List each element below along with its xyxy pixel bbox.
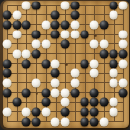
- black-stone: [22, 88, 31, 97]
- intersection[interactable]: [22, 107, 32, 117]
- white-stone: [119, 30, 128, 39]
- intersection[interactable]: [109, 1, 119, 11]
- intersection[interactable]: [22, 78, 32, 88]
- white-stone: [109, 108, 118, 117]
- black-stone: [51, 30, 60, 39]
- intersection[interactable]: [2, 39, 12, 49]
- intersection[interactable]: [109, 98, 119, 108]
- intersection[interactable]: [31, 88, 41, 98]
- intersection[interactable]: [60, 78, 70, 88]
- intersection[interactable]: [12, 39, 22, 49]
- intersection[interactable]: [118, 49, 128, 59]
- black-stone: [80, 30, 89, 39]
- black-stone: [51, 69, 60, 78]
- intersection[interactable]: [99, 49, 109, 59]
- intersection[interactable]: [99, 59, 109, 69]
- black-stone: [119, 88, 128, 97]
- intersection[interactable]: [70, 49, 80, 59]
- intersection[interactable]: [118, 117, 128, 127]
- white-stone: [3, 79, 12, 88]
- intersection[interactable]: [2, 107, 12, 117]
- intersection[interactable]: [51, 10, 61, 20]
- intersection[interactable]: [12, 88, 22, 98]
- intersection[interactable]: [2, 117, 12, 127]
- white-stone: [70, 69, 79, 78]
- black-stone: [61, 108, 70, 117]
- intersection[interactable]: [99, 98, 109, 108]
- intersection[interactable]: [51, 59, 61, 69]
- white-stone: [90, 59, 99, 68]
- white-stone: [51, 88, 60, 97]
- black-stone: [12, 98, 21, 107]
- black-stone: [32, 1, 41, 10]
- intersection[interactable]: [89, 30, 99, 40]
- intersection[interactable]: [80, 20, 90, 30]
- black-stone: [90, 117, 99, 126]
- white-stone: [90, 20, 99, 29]
- intersection[interactable]: [12, 117, 22, 127]
- intersection[interactable]: [51, 107, 61, 117]
- white-stone: [70, 79, 79, 88]
- white-stone: [119, 79, 128, 88]
- intersection[interactable]: [70, 59, 80, 69]
- intersection[interactable]: [41, 30, 51, 40]
- intersection[interactable]: [41, 20, 51, 30]
- black-stone: [99, 49, 108, 58]
- intersection[interactable]: [99, 78, 109, 88]
- intersection[interactable]: [89, 98, 99, 108]
- black-stone: [3, 11, 12, 20]
- white-stone: [109, 11, 118, 20]
- go-board: [0, 0, 130, 130]
- white-stone: [3, 40, 12, 49]
- intersection[interactable]: [31, 1, 41, 11]
- white-stone: [41, 40, 50, 49]
- intersection[interactable]: [41, 68, 51, 78]
- intersection[interactable]: [80, 88, 90, 98]
- intersection[interactable]: [60, 49, 70, 59]
- white-stone: [51, 79, 60, 88]
- black-stone: [41, 59, 50, 68]
- intersection[interactable]: [41, 59, 51, 69]
- black-stone: [41, 88, 50, 97]
- intersection[interactable]: [80, 39, 90, 49]
- intersection[interactable]: [12, 78, 22, 88]
- intersection[interactable]: [12, 20, 22, 30]
- intersection[interactable]: [89, 107, 99, 117]
- white-stone: [22, 108, 31, 117]
- intersection[interactable]: [2, 78, 12, 88]
- black-stone: [3, 20, 12, 29]
- black-stone: [119, 49, 128, 58]
- intersection[interactable]: [41, 10, 51, 20]
- intersection[interactable]: [22, 59, 32, 69]
- white-stone: [12, 49, 21, 58]
- intersection[interactable]: [22, 1, 32, 11]
- black-stone: [22, 117, 31, 126]
- intersection[interactable]: [109, 68, 119, 78]
- white-stone: [70, 20, 79, 29]
- intersection[interactable]: [51, 30, 61, 40]
- intersection[interactable]: [70, 78, 80, 88]
- intersection[interactable]: [109, 10, 119, 20]
- intersection[interactable]: [60, 117, 70, 127]
- intersection[interactable]: [12, 59, 22, 69]
- white-stone: [22, 1, 31, 10]
- intersection[interactable]: [12, 98, 22, 108]
- intersection[interactable]: [109, 59, 119, 69]
- black-stone: [109, 59, 118, 68]
- black-stone: [12, 20, 21, 29]
- black-stone: [22, 20, 31, 29]
- intersection[interactable]: [31, 59, 41, 69]
- intersection[interactable]: [70, 39, 80, 49]
- intersection[interactable]: [2, 88, 12, 98]
- intersection[interactable]: [2, 98, 12, 108]
- board-wood-surface: [3, 1, 130, 128]
- white-stone: [61, 117, 70, 126]
- intersection[interactable]: [109, 88, 119, 98]
- white-stone: [109, 79, 118, 88]
- black-stone: [80, 98, 89, 107]
- black-stone: [32, 30, 41, 39]
- intersection[interactable]: [118, 30, 128, 40]
- white-stone: [22, 49, 31, 58]
- black-stone: [61, 40, 70, 49]
- intersection[interactable]: [31, 39, 41, 49]
- intersection[interactable]: [70, 88, 80, 98]
- intersection[interactable]: [118, 78, 128, 88]
- intersection[interactable]: [89, 1, 99, 11]
- intersection[interactable]: [70, 1, 80, 11]
- intersection[interactable]: [60, 59, 70, 69]
- intersection[interactable]: [31, 20, 41, 30]
- white-stone: [12, 30, 21, 39]
- white-stone: [61, 88, 70, 97]
- intersection[interactable]: [99, 88, 109, 98]
- intersection[interactable]: [60, 98, 70, 108]
- black-stone: [70, 11, 79, 20]
- white-stone: [61, 98, 70, 107]
- intersection[interactable]: [22, 10, 32, 20]
- white-stone: [90, 40, 99, 49]
- white-stone: [90, 69, 99, 78]
- intersection[interactable]: [22, 20, 32, 30]
- intersection[interactable]: [80, 107, 90, 117]
- intersection[interactable]: [22, 39, 32, 49]
- white-stone: [41, 108, 50, 117]
- white-stone: [51, 59, 60, 68]
- white-stone: [99, 40, 108, 49]
- intersection[interactable]: [109, 39, 119, 49]
- black-stone: [32, 117, 41, 126]
- intersection[interactable]: [89, 39, 99, 49]
- intersection[interactable]: [99, 117, 109, 127]
- white-stone: [12, 11, 21, 20]
- black-stone: [3, 69, 12, 78]
- intersection[interactable]: [109, 78, 119, 88]
- intersection[interactable]: [31, 68, 41, 78]
- intersection[interactable]: [80, 117, 90, 127]
- black-stone: [61, 20, 70, 29]
- intersection[interactable]: [31, 10, 41, 20]
- intersection[interactable]: [118, 59, 128, 69]
- black-stone: [90, 98, 99, 107]
- intersection[interactable]: [80, 1, 90, 11]
- intersection[interactable]: [80, 30, 90, 40]
- intersection[interactable]: [22, 88, 32, 98]
- intersection[interactable]: [89, 88, 99, 98]
- black-stone: [109, 49, 118, 58]
- intersection[interactable]: [118, 98, 128, 108]
- white-stone: [119, 1, 128, 10]
- intersection[interactable]: [31, 49, 41, 59]
- intersection[interactable]: [60, 107, 70, 117]
- intersection[interactable]: [118, 20, 128, 30]
- white-stone: [119, 40, 128, 49]
- black-stone: [70, 1, 79, 10]
- intersection[interactable]: [31, 98, 41, 108]
- intersection[interactable]: [70, 98, 80, 108]
- white-stone: [61, 30, 70, 39]
- intersection[interactable]: [41, 49, 51, 59]
- intersection[interactable]: [80, 98, 90, 108]
- intersection[interactable]: [60, 1, 70, 11]
- intersection[interactable]: [41, 39, 51, 49]
- intersection[interactable]: [31, 30, 41, 40]
- intersection[interactable]: [2, 59, 12, 69]
- intersection[interactable]: [22, 98, 32, 108]
- intersection[interactable]: [80, 59, 90, 69]
- intersection[interactable]: [109, 107, 119, 117]
- black-stone: [80, 108, 89, 117]
- black-stone: [3, 59, 12, 68]
- intersection[interactable]: [51, 68, 61, 78]
- black-stone: [70, 88, 79, 97]
- black-stone: [41, 98, 50, 107]
- intersection[interactable]: [41, 107, 51, 117]
- intersection[interactable]: [60, 39, 70, 49]
- intersection[interactable]: [60, 68, 70, 78]
- intersection[interactable]: [12, 30, 22, 40]
- white-stone: [51, 117, 60, 126]
- intersection[interactable]: [80, 49, 90, 59]
- intersection[interactable]: [70, 117, 80, 127]
- black-stone: [32, 108, 41, 117]
- intersection[interactable]: [109, 30, 119, 40]
- white-stone: [3, 108, 12, 117]
- intersection[interactable]: [70, 10, 80, 20]
- intersection[interactable]: [89, 49, 99, 59]
- intersection[interactable]: [41, 88, 51, 98]
- intersection[interactable]: [22, 117, 32, 127]
- intersection[interactable]: [80, 78, 90, 88]
- intersection[interactable]: [99, 107, 109, 117]
- black-stone: [3, 88, 12, 97]
- intersection[interactable]: [99, 1, 109, 11]
- black-stone: [109, 1, 118, 10]
- intersection[interactable]: [2, 49, 12, 59]
- black-stone: [99, 20, 108, 29]
- intersection[interactable]: [89, 59, 99, 69]
- intersection[interactable]: [70, 107, 80, 117]
- intersection[interactable]: [60, 10, 70, 20]
- black-stone: [32, 49, 41, 58]
- intersection[interactable]: [51, 117, 61, 127]
- intersection[interactable]: [51, 39, 61, 49]
- intersection[interactable]: [99, 68, 109, 78]
- intersection[interactable]: [70, 30, 80, 40]
- intersection[interactable]: [12, 107, 22, 117]
- intersection[interactable]: [99, 30, 109, 40]
- intersection[interactable]: [22, 49, 32, 59]
- intersection[interactable]: [31, 107, 41, 117]
- black-stone: [99, 98, 108, 107]
- intersection[interactable]: [41, 1, 51, 11]
- intersection[interactable]: [51, 88, 61, 98]
- intersection[interactable]: [89, 78, 99, 88]
- intersection[interactable]: [89, 117, 99, 127]
- intersection[interactable]: [41, 98, 51, 108]
- intersection[interactable]: [51, 98, 61, 108]
- white-stone: [109, 69, 118, 78]
- intersection[interactable]: [118, 39, 128, 49]
- intersection[interactable]: [118, 107, 128, 117]
- intersection[interactable]: [89, 10, 99, 20]
- intersection[interactable]: [89, 68, 99, 78]
- intersection[interactable]: [118, 68, 128, 78]
- black-stone: [80, 117, 89, 126]
- intersection[interactable]: [22, 68, 32, 78]
- intersection[interactable]: [109, 20, 119, 30]
- intersection[interactable]: [60, 30, 70, 40]
- intersection[interactable]: [41, 78, 51, 88]
- black-stone: [90, 108, 99, 117]
- intersection[interactable]: [22, 30, 32, 40]
- intersection[interactable]: [2, 1, 12, 11]
- white-stone: [41, 20, 50, 29]
- white-stone: [99, 117, 108, 126]
- intersection[interactable]: [31, 117, 41, 127]
- white-stone: [61, 1, 70, 10]
- intersection[interactable]: [60, 20, 70, 30]
- intersection[interactable]: [2, 20, 12, 30]
- intersection[interactable]: [118, 1, 128, 11]
- intersection[interactable]: [51, 20, 61, 30]
- black-stone: [80, 59, 89, 68]
- intersection[interactable]: [41, 117, 51, 127]
- intersection[interactable]: [109, 49, 119, 59]
- intersection[interactable]: [12, 68, 22, 78]
- intersection[interactable]: [60, 88, 70, 98]
- white-stone: [119, 59, 128, 68]
- black-stone: [51, 20, 60, 29]
- intersection[interactable]: [80, 10, 90, 20]
- intersection[interactable]: [70, 68, 80, 78]
- black-stone: [51, 11, 60, 20]
- intersection[interactable]: [2, 10, 12, 20]
- black-stone: [90, 88, 99, 97]
- intersection[interactable]: [99, 20, 109, 30]
- intersection[interactable]: [12, 1, 22, 11]
- intersection[interactable]: [51, 78, 61, 88]
- intersection[interactable]: [51, 49, 61, 59]
- intersection[interactable]: [2, 68, 12, 78]
- intersection[interactable]: [12, 49, 22, 59]
- intersection[interactable]: [99, 10, 109, 20]
- intersection[interactable]: [99, 39, 109, 49]
- intersection[interactable]: [31, 78, 41, 88]
- intersection[interactable]: [80, 68, 90, 78]
- go-board-grid: [2, 1, 128, 127]
- white-stone: [32, 40, 41, 49]
- white-stone: [109, 98, 118, 107]
- intersection[interactable]: [118, 88, 128, 98]
- intersection[interactable]: [51, 1, 61, 11]
- white-stone: [32, 79, 41, 88]
- white-stone: [70, 30, 79, 39]
- intersection[interactable]: [70, 20, 80, 30]
- intersection[interactable]: [118, 10, 128, 20]
- intersection[interactable]: [12, 10, 22, 20]
- intersection[interactable]: [89, 20, 99, 30]
- intersection[interactable]: [109, 117, 119, 127]
- black-stone: [22, 59, 31, 68]
- intersection[interactable]: [2, 30, 12, 40]
